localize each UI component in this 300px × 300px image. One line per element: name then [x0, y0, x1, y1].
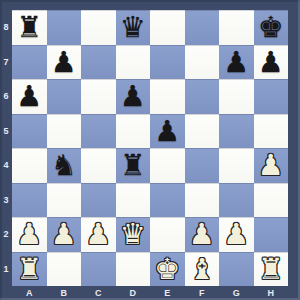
black-pawn: ♟: [154, 114, 180, 148]
rank-label-7: 7: [0, 45, 12, 80]
square-g6[interactable]: [219, 79, 254, 114]
square-h1[interactable]: ♜: [254, 252, 289, 287]
white-queen: ♛: [120, 217, 146, 251]
black-pawn: ♟: [51, 45, 77, 79]
square-a4[interactable]: [12, 148, 47, 183]
square-g2[interactable]: ♟: [219, 217, 254, 252]
square-h8[interactable]: ♚: [254, 10, 289, 45]
file-label-b: B: [47, 286, 82, 299]
white-rook: ♜: [258, 252, 284, 286]
square-e6[interactable]: [150, 79, 185, 114]
square-c6[interactable]: [81, 79, 116, 114]
black-rook: ♜: [120, 148, 146, 182]
file-label-g: G: [219, 286, 254, 299]
square-c4[interactable]: [81, 148, 116, 183]
square-f4[interactable]: [185, 148, 220, 183]
square-d8[interactable]: ♛: [116, 10, 151, 45]
file-label-d: D: [116, 286, 151, 299]
rank-label-2: 2: [0, 217, 12, 252]
square-h4[interactable]: ♟: [254, 148, 289, 183]
square-a6[interactable]: ♟: [12, 79, 47, 114]
white-pawn: ♟: [189, 217, 215, 251]
chess-board: ♜♛♚♟♟♟♟♟♟♞♜♟♟♟♟♛♟♟♜♚♝♜: [12, 10, 288, 286]
rank-label-8: 8: [0, 10, 12, 45]
rank-label-5: 5: [0, 114, 12, 149]
white-pawn: ♟: [51, 217, 77, 251]
white-bishop: ♝: [189, 252, 215, 286]
rank-labels: 87654321: [0, 10, 12, 286]
square-d2[interactable]: ♛: [116, 217, 151, 252]
square-b8[interactable]: [47, 10, 82, 45]
square-a1[interactable]: ♜: [12, 252, 47, 287]
black-pawn: ♟: [223, 45, 249, 79]
square-b7[interactable]: ♟: [47, 45, 82, 80]
file-label-c: C: [81, 286, 116, 299]
black-rook: ♜: [16, 10, 42, 44]
square-b6[interactable]: [47, 79, 82, 114]
square-d7[interactable]: [116, 45, 151, 80]
square-c3[interactable]: [81, 183, 116, 218]
square-f2[interactable]: ♟: [185, 217, 220, 252]
chess-diagram-frame: 87654321 ♜♛♚♟♟♟♟♟♟♞♜♟♟♟♟♛♟♟♜♚♝♜ ABCDEFGH: [0, 0, 300, 300]
square-f6[interactable]: [185, 79, 220, 114]
square-g7[interactable]: ♟: [219, 45, 254, 80]
square-d6[interactable]: ♟: [116, 79, 151, 114]
square-b3[interactable]: [47, 183, 82, 218]
square-g1[interactable]: [219, 252, 254, 287]
file-label-a: A: [12, 286, 47, 299]
white-pawn: ♟: [85, 217, 111, 251]
white-rook: ♜: [16, 252, 42, 286]
square-e8[interactable]: [150, 10, 185, 45]
square-b2[interactable]: ♟: [47, 217, 82, 252]
black-queen: ♛: [120, 10, 146, 44]
square-h5[interactable]: [254, 114, 289, 149]
square-b5[interactable]: [47, 114, 82, 149]
file-label-f: F: [185, 286, 220, 299]
rank-label-6: 6: [0, 79, 12, 114]
square-g5[interactable]: [219, 114, 254, 149]
square-b1[interactable]: [47, 252, 82, 287]
square-h3[interactable]: [254, 183, 289, 218]
square-d1[interactable]: [116, 252, 151, 287]
square-g4[interactable]: [219, 148, 254, 183]
square-f3[interactable]: [185, 183, 220, 218]
white-king: ♚: [154, 252, 180, 286]
square-f8[interactable]: [185, 10, 220, 45]
square-g3[interactable]: [219, 183, 254, 218]
square-e5[interactable]: ♟: [150, 114, 185, 149]
square-e3[interactable]: [150, 183, 185, 218]
file-label-e: E: [150, 286, 185, 299]
square-a3[interactable]: [12, 183, 47, 218]
black-pawn: ♟: [16, 79, 42, 113]
square-d4[interactable]: ♜: [116, 148, 151, 183]
square-a5[interactable]: [12, 114, 47, 149]
file-label-h: H: [254, 286, 289, 299]
black-king: ♚: [258, 10, 284, 44]
square-h6[interactable]: [254, 79, 289, 114]
square-a8[interactable]: ♜: [12, 10, 47, 45]
rank-label-1: 1: [0, 252, 12, 287]
square-g8[interactable]: [219, 10, 254, 45]
square-f7[interactable]: [185, 45, 220, 80]
square-c5[interactable]: [81, 114, 116, 149]
rank-label-3: 3: [0, 183, 12, 218]
white-pawn: ♟: [258, 148, 284, 182]
file-labels: ABCDEFGH: [12, 286, 288, 299]
square-e4[interactable]: [150, 148, 185, 183]
rank-label-4: 4: [0, 148, 12, 183]
square-b4[interactable]: ♞: [47, 148, 82, 183]
square-c2[interactable]: ♟: [81, 217, 116, 252]
square-e1[interactable]: ♚: [150, 252, 185, 287]
square-d3[interactable]: [116, 183, 151, 218]
square-c8[interactable]: [81, 10, 116, 45]
black-pawn: ♟: [258, 45, 284, 79]
white-pawn: ♟: [16, 217, 42, 251]
square-e2[interactable]: [150, 217, 185, 252]
square-f1[interactable]: ♝: [185, 252, 220, 287]
square-h2[interactable]: [254, 217, 289, 252]
square-c1[interactable]: [81, 252, 116, 287]
square-f5[interactable]: [185, 114, 220, 149]
black-knight: ♞: [51, 148, 77, 182]
square-h7[interactable]: ♟: [254, 45, 289, 80]
black-pawn: ♟: [120, 79, 146, 113]
square-e7[interactable]: [150, 45, 185, 80]
square-c7[interactable]: [81, 45, 116, 80]
square-a7[interactable]: [12, 45, 47, 80]
white-pawn: ♟: [223, 217, 249, 251]
square-a2[interactable]: ♟: [12, 217, 47, 252]
square-d5[interactable]: [116, 114, 151, 149]
